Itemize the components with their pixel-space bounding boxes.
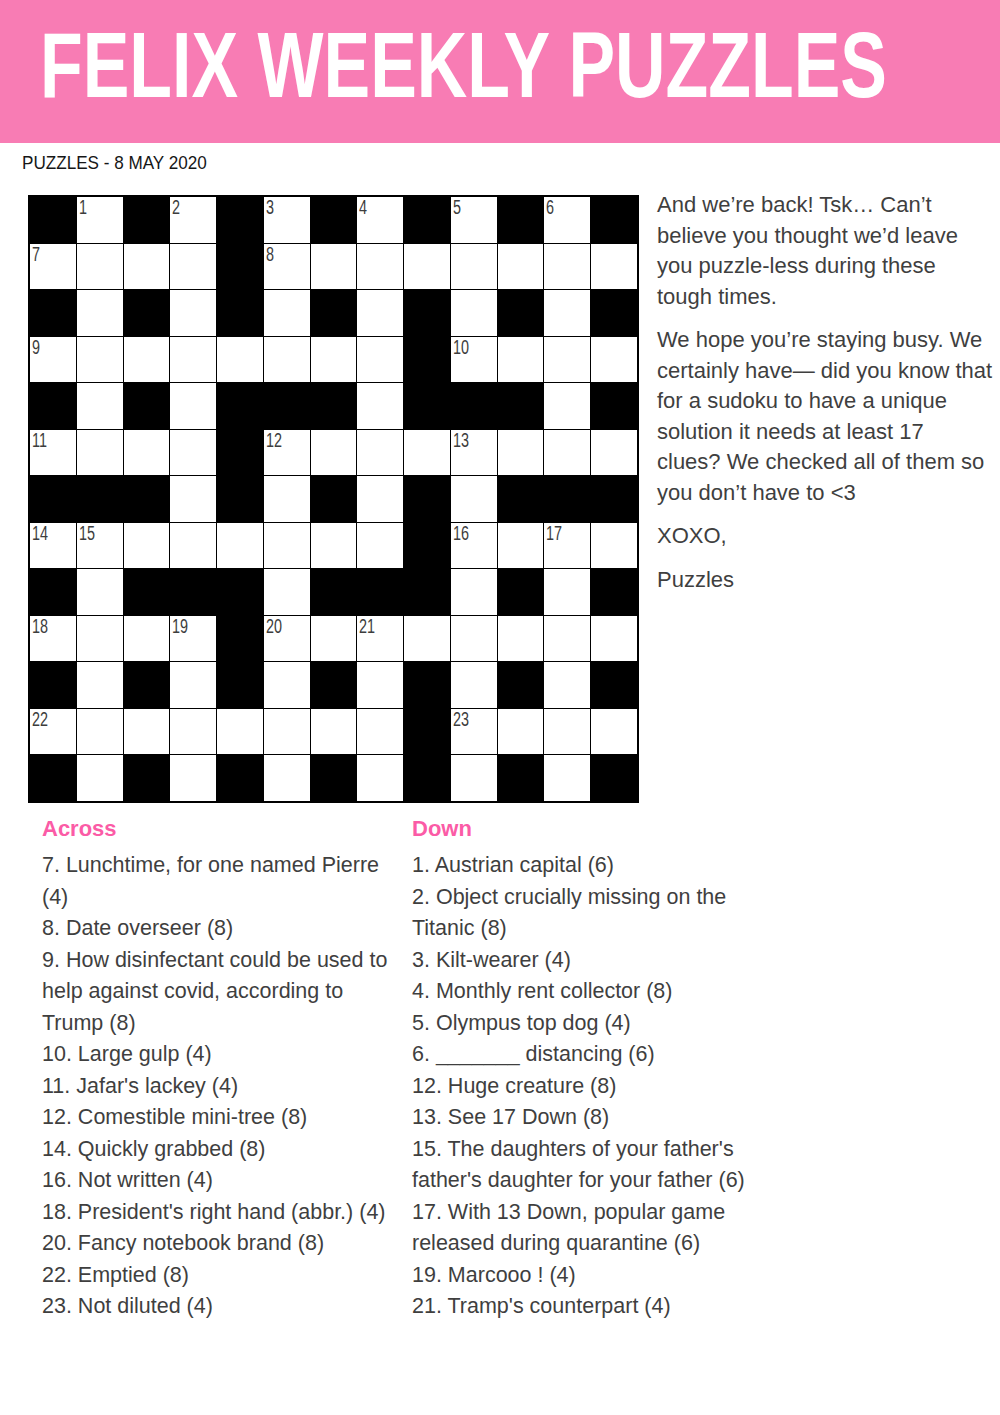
grid-cell[interactable] [217, 709, 263, 755]
grid-cell[interactable] [498, 430, 544, 476]
across-clues-section: Across 7. Lunchtime, for one named Pierr… [42, 817, 388, 1323]
grid-cell[interactable] [170, 290, 216, 336]
grid-cell[interactable]: 20 [264, 616, 310, 662]
clue-number: 19 [172, 616, 188, 636]
grid-cell [404, 523, 450, 569]
grid-cell [217, 616, 263, 662]
grid-cell[interactable] [544, 244, 590, 290]
clue-number: 15 [79, 523, 95, 543]
clue-across-14: 14. Quickly grabbed (8) [42, 1134, 388, 1166]
grid-cell[interactable] [311, 616, 357, 662]
clue-across-9: 9. How disinfectant could be used to hel… [42, 945, 388, 1040]
grid-cell [217, 197, 263, 243]
down-list: 1. Austrian capital (6)2. Object crucial… [412, 850, 766, 1323]
grid-cell[interactable] [170, 244, 216, 290]
grid-cell[interactable] [311, 244, 357, 290]
grid-cell[interactable] [498, 523, 544, 569]
grid-cell[interactable] [544, 569, 590, 615]
grid-cell [404, 662, 450, 708]
clue-down-21: 21. Tramp's counterpart (4) [412, 1291, 766, 1323]
clue-number: 10 [453, 337, 469, 357]
grid-cell[interactable]: 15 [77, 523, 123, 569]
grid-cell [264, 383, 310, 429]
clue-across-8: 8. Date overseer (8) [42, 913, 388, 945]
clue-across-22: 22. Emptied (8) [42, 1260, 388, 1292]
grid-cell [30, 662, 76, 708]
grid-cell [498, 662, 544, 708]
grid-cell [311, 383, 357, 429]
clue-down-5: 5. Olympus top dog (4) [412, 1008, 766, 1040]
intro-paragraph: And we’re back! Tsk… Can’t believe you t… [657, 190, 993, 312]
grid-cell[interactable] [357, 755, 403, 801]
grid-cell [404, 476, 450, 522]
grid-cell [404, 709, 450, 755]
grid-cell[interactable] [264, 569, 310, 615]
grid-cell[interactable]: 10 [451, 337, 497, 383]
page-subtitle: PUZZLES - 8 MAY 2020 [22, 153, 207, 173]
grid-cell[interactable] [544, 290, 590, 336]
grid-cell[interactable] [357, 476, 403, 522]
clue-number: 12 [266, 430, 282, 450]
grid-cell[interactable]: 22 [30, 709, 76, 755]
intro-text: And we’re back! Tsk… Can’t believe you t… [657, 190, 993, 608]
clue-number: 8 [266, 244, 274, 264]
grid-cell[interactable] [451, 662, 497, 708]
grid-cell [591, 662, 637, 708]
grid-cell[interactable] [498, 616, 544, 662]
grid-cell [591, 476, 637, 522]
grid-cell[interactable] [77, 244, 123, 290]
grid-cell[interactable] [591, 709, 637, 755]
grid-cell [311, 476, 357, 522]
grid-cell[interactable]: 8 [264, 244, 310, 290]
grid-cell[interactable] [170, 476, 216, 522]
grid-cell [217, 755, 263, 801]
grid-cell[interactable]: 17 [544, 523, 590, 569]
grid-cell[interactable] [544, 616, 590, 662]
grid-cell[interactable] [451, 569, 497, 615]
clue-down-1: 1. Austrian capital (6) [412, 850, 766, 882]
grid-cell[interactable] [264, 523, 310, 569]
grid-cell[interactable] [357, 662, 403, 708]
grid-cell[interactable] [451, 290, 497, 336]
clue-down-13: 13. See 17 Down (8) [412, 1102, 766, 1134]
clue-number: 20 [266, 616, 282, 636]
grid-cell [77, 476, 123, 522]
grid-cell[interactable] [451, 476, 497, 522]
clue-number: 23 [453, 709, 469, 729]
clue-number: 1 [79, 197, 87, 217]
grid-cell[interactable] [591, 523, 637, 569]
grid-cell [30, 197, 76, 243]
grid-cell[interactable] [357, 337, 403, 383]
grid-cell [30, 383, 76, 429]
grid-cell [124, 662, 170, 708]
grid-cell[interactable] [357, 709, 403, 755]
grid-cell[interactable] [77, 755, 123, 801]
grid-cell [404, 755, 450, 801]
grid-cell[interactable] [311, 337, 357, 383]
grid-cell [498, 476, 544, 522]
grid-cell[interactable]: 9 [30, 337, 76, 383]
clue-number: 14 [32, 523, 48, 543]
grid-cell[interactable] [591, 244, 637, 290]
grid-cell [544, 476, 590, 522]
clue-across-7: 7. Lunchtime, for one named Pierre (4) [42, 850, 388, 913]
clue-across-20: 20. Fancy notebook brand (8) [42, 1228, 388, 1260]
grid-cell [311, 290, 357, 336]
grid-cell [311, 755, 357, 801]
grid-cell[interactable] [264, 755, 310, 801]
page-title: FELIX WEEKLY PUZZLES [40, 13, 887, 118]
grid-cell[interactable] [544, 337, 590, 383]
grid-cell [311, 662, 357, 708]
grid-cell[interactable] [124, 244, 170, 290]
intro-signature: Puzzles [657, 565, 993, 596]
grid-cell [404, 197, 450, 243]
grid-cell[interactable] [170, 523, 216, 569]
clue-down-3: 3. Kilt-wearer (4) [412, 945, 766, 977]
clue-down-15: 15. The daughters of your father's fathe… [412, 1134, 766, 1197]
grid-cell [217, 476, 263, 522]
grid-cell[interactable] [77, 709, 123, 755]
clue-down-2: 2. Object crucially missing on the Titan… [412, 882, 766, 945]
across-heading: Across [42, 817, 388, 841]
grid-cell[interactable]: 21 [357, 616, 403, 662]
clue-number: 6 [546, 197, 554, 217]
grid-cell[interactable]: 7 [30, 244, 76, 290]
across-list: 7. Lunchtime, for one named Pierre (4)8.… [42, 850, 388, 1323]
down-heading: Down [412, 817, 766, 841]
grid-cell[interactable] [77, 383, 123, 429]
grid-cell [124, 569, 170, 615]
clue-number: 16 [453, 523, 469, 543]
grid-cell[interactable] [591, 337, 637, 383]
grid-cell [404, 569, 450, 615]
grid-cell[interactable]: 19 [170, 616, 216, 662]
grid-cell[interactable] [591, 616, 637, 662]
grid-cell[interactable]: 3 [264, 197, 310, 243]
grid-cell[interactable] [357, 290, 403, 336]
grid-cell[interactable]: 2 [170, 197, 216, 243]
grid-cell [498, 197, 544, 243]
grid-cell[interactable] [77, 290, 123, 336]
clue-number: 4 [359, 197, 367, 217]
clue-number: 21 [359, 616, 375, 636]
clue-down-6: 6. _______ distancing (6) [412, 1039, 766, 1071]
grid-cell[interactable] [311, 430, 357, 476]
grid-cell[interactable]: 16 [451, 523, 497, 569]
grid-cell[interactable] [124, 430, 170, 476]
grid-cell [311, 569, 357, 615]
grid-cell [30, 476, 76, 522]
grid-cell[interactable] [77, 430, 123, 476]
clue-across-23: 23. Not diluted (4) [42, 1291, 388, 1323]
grid-cell[interactable] [124, 709, 170, 755]
grid-cell[interactable] [498, 709, 544, 755]
clue-number: 5 [453, 197, 461, 217]
crossword-grid: 1234567891011121314151617181920212223 [28, 195, 639, 803]
grid-cell [404, 383, 450, 429]
grid-cell [124, 197, 170, 243]
grid-cell[interactable]: 1 [77, 197, 123, 243]
grid-cell [217, 430, 263, 476]
grid-cell [357, 569, 403, 615]
clue-down-19: 19. Marcooo ! (4) [412, 1260, 766, 1292]
grid-cell[interactable] [311, 523, 357, 569]
grid-cell [30, 290, 76, 336]
grid-cell[interactable] [170, 755, 216, 801]
grid-cell[interactable] [357, 430, 403, 476]
grid-cell[interactable] [404, 244, 450, 290]
clue-number: 11 [32, 430, 47, 450]
header-banner: FELIX WEEKLY PUZZLES [0, 0, 1000, 143]
grid-cell [498, 290, 544, 336]
grid-cell[interactable] [544, 430, 590, 476]
clue-number: 3 [266, 197, 274, 217]
grid-cell[interactable]: 5 [451, 197, 497, 243]
grid-cell[interactable] [451, 755, 497, 801]
puzzle-page: FELIX WEEKLY PUZZLES PUZZLES - 8 MAY 202… [0, 0, 1000, 1415]
grid-cell [498, 383, 544, 429]
grid-cell [217, 290, 263, 336]
grid-cell [124, 383, 170, 429]
clue-number: 2 [172, 197, 180, 217]
clue-number: 17 [546, 523, 562, 543]
grid-cell[interactable]: 13 [451, 430, 497, 476]
grid-cell[interactable] [591, 430, 637, 476]
grid-cell[interactable] [544, 383, 590, 429]
grid-cell[interactable] [124, 616, 170, 662]
grid-cell[interactable] [264, 709, 310, 755]
grid-cell [591, 290, 637, 336]
grid-cell [217, 662, 263, 708]
grid-cell [30, 755, 76, 801]
grid-cell[interactable] [170, 709, 216, 755]
grid-cell[interactable] [544, 755, 590, 801]
grid-cell[interactable]: 14 [30, 523, 76, 569]
intro-paragraph: We hope you’re staying busy. We certainl… [657, 325, 993, 508]
grid-cell[interactable] [217, 523, 263, 569]
grid-cell[interactable] [170, 337, 216, 383]
grid-cell[interactable]: 6 [544, 197, 590, 243]
clue-number: 7 [32, 244, 40, 264]
grid-cell[interactable] [264, 337, 310, 383]
grid-cell[interactable] [77, 616, 123, 662]
grid-cell[interactable] [451, 244, 497, 290]
grid-cell [217, 569, 263, 615]
grid-cell[interactable] [124, 337, 170, 383]
grid-cell [591, 569, 637, 615]
grid-cell [404, 290, 450, 336]
grid-cell[interactable] [77, 337, 123, 383]
grid-cell [591, 383, 637, 429]
clue-across-10: 10. Large gulp (4) [42, 1039, 388, 1071]
grid-cell [217, 244, 263, 290]
grid-cell[interactable] [357, 383, 403, 429]
grid-cell [124, 476, 170, 522]
grid-cell[interactable] [77, 662, 123, 708]
clue-down-17: 17. With 13 Down, popular game released … [412, 1197, 766, 1260]
grid-cell[interactable] [170, 430, 216, 476]
clue-down-4: 4. Monthly rent collector (8) [412, 976, 766, 1008]
clue-across-16: 16. Not written (4) [42, 1165, 388, 1197]
grid-cell[interactable] [544, 662, 590, 708]
grid-cell[interactable] [544, 709, 590, 755]
grid-cell[interactable] [404, 430, 450, 476]
grid-cell[interactable] [264, 290, 310, 336]
grid-cell[interactable] [498, 337, 544, 383]
grid-cell [591, 755, 637, 801]
grid-cell[interactable] [311, 709, 357, 755]
clue-number: 9 [32, 337, 40, 357]
grid-cell[interactable]: 4 [357, 197, 403, 243]
grid-cell[interactable] [357, 523, 403, 569]
grid-cell[interactable] [264, 662, 310, 708]
intro-signoff: XOXO, [657, 521, 993, 552]
down-clues-section: Down 1. Austrian capital (6)2. Object cr… [412, 817, 766, 1323]
grid-cell[interactable] [217, 337, 263, 383]
grid-cell [170, 569, 216, 615]
grid-cell[interactable] [170, 662, 216, 708]
grid-cell [591, 197, 637, 243]
clue-number: 22 [32, 709, 48, 729]
grid-cell [30, 569, 76, 615]
grid-cell[interactable] [357, 244, 403, 290]
grid-cell[interactable] [498, 244, 544, 290]
grid-cell [311, 197, 357, 243]
clue-number: 18 [32, 616, 48, 636]
grid-cell [498, 755, 544, 801]
grid-cell[interactable]: 23 [451, 709, 497, 755]
clue-number: 13 [453, 430, 469, 450]
grid-cell[interactable] [124, 523, 170, 569]
clue-down-12: 12. Huge creature (8) [412, 1071, 766, 1103]
grid-cell[interactable] [264, 476, 310, 522]
grid-cell [124, 290, 170, 336]
grid-cell [124, 755, 170, 801]
grid-cell[interactable]: 12 [264, 430, 310, 476]
clue-across-11: 11. Jafar's lackey (4) [42, 1071, 388, 1103]
grid-cell[interactable]: 11 [30, 430, 76, 476]
grid-cell[interactable]: 18 [30, 616, 76, 662]
grid-cell[interactable] [404, 616, 450, 662]
grid-cell [498, 569, 544, 615]
clue-across-18: 18. President's right hand (abbr.) (4) [42, 1197, 388, 1229]
grid-cell [451, 383, 497, 429]
grid-cell[interactable] [451, 616, 497, 662]
grid-cell[interactable] [170, 383, 216, 429]
clue-across-12: 12. Comestible mini-tree (8) [42, 1102, 388, 1134]
grid-cell[interactable] [77, 569, 123, 615]
grid-cell [404, 337, 450, 383]
grid-cell [217, 383, 263, 429]
